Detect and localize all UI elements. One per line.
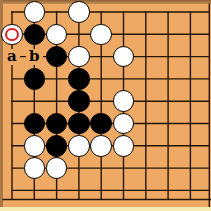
white-stone [113, 46, 135, 68]
go-board-diagram: ab [0, 0, 211, 211]
point-label-b: b [26, 49, 43, 65]
black-stone [46, 135, 68, 157]
black-stone [46, 46, 68, 68]
white-stone [90, 24, 112, 46]
black-stone [68, 68, 90, 90]
white-stone [24, 135, 46, 157]
point-label-a: a [3, 49, 20, 65]
circle-marker-icon [5, 28, 19, 42]
white-stone [68, 135, 90, 157]
white-stone [46, 157, 68, 179]
white-stone [68, 1, 90, 23]
black-stone [90, 113, 112, 135]
black-stone [68, 113, 90, 135]
black-stone [46, 113, 68, 135]
white-stone [113, 135, 135, 157]
white-stone [113, 113, 135, 135]
white-stone [68, 46, 90, 68]
white-stone [46, 24, 68, 46]
black-stone [24, 68, 46, 90]
marked-white-stone [1, 24, 23, 46]
white-stone [24, 157, 46, 179]
white-stone [24, 1, 46, 23]
black-stone [68, 90, 90, 112]
black-stone [24, 24, 46, 46]
white-stone [113, 90, 135, 112]
stones-grid: ab [1, 1, 202, 202]
white-stone [90, 135, 112, 157]
black-stone [24, 113, 46, 135]
